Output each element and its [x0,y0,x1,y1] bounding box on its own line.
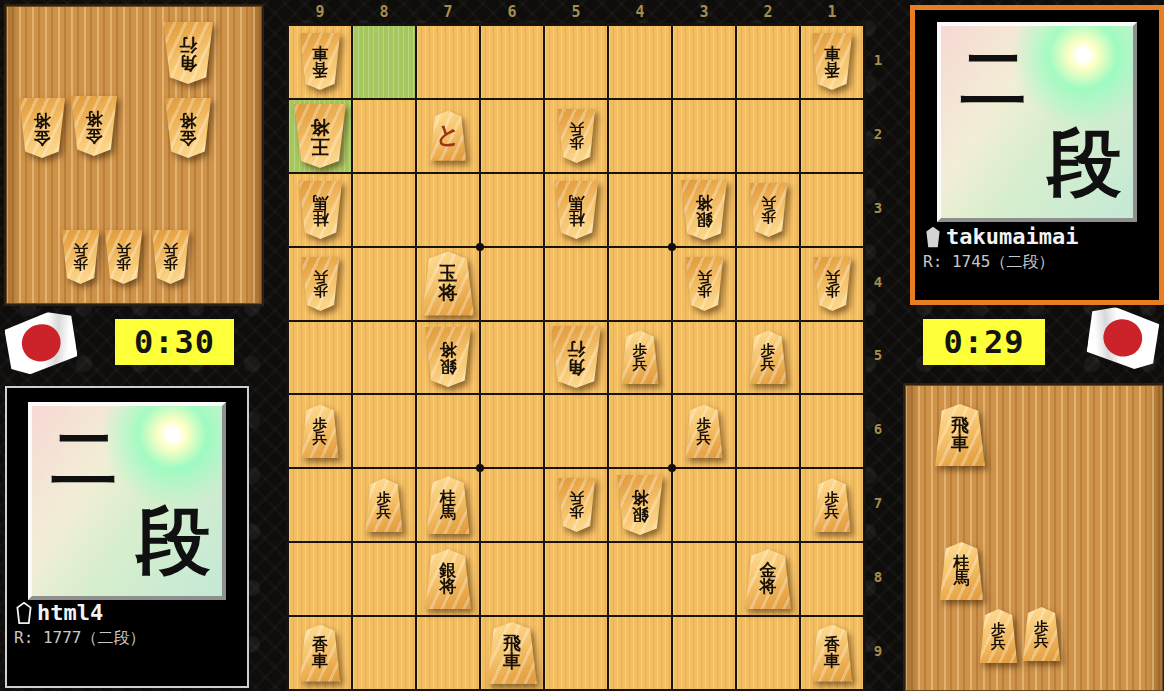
piece-kanji: 将 [632,489,649,506]
piece-kanji: 歩 [569,505,584,519]
square-9h[interactable] [288,542,352,616]
piece-kanji: 歩 [825,491,840,505]
file-label-1: 1 [800,0,864,23]
square-7b[interactable]: と [416,99,480,173]
piece-kanji: 香 [824,637,840,653]
piece-kanji: 将 [439,284,458,303]
piece-kanji: 金 [180,128,197,145]
square-2g[interactable] [736,468,800,542]
avatar-char-2: 段 [1047,114,1121,214]
piece-kanji: 金 [34,128,51,145]
piece-kanji: 行 [179,35,197,53]
piece-sente-lance[interactable]: 香車 [299,625,341,682]
file-coordinates: 987654321 [288,0,864,23]
piece-kanji: 馬 [954,571,970,587]
square-4e[interactable]: 歩兵 [608,321,672,395]
flag-cloth [3,310,79,377]
piece-kanji: 将 [34,111,51,128]
square-5c[interactable]: 桂馬 [544,173,608,247]
square-8b[interactable] [352,99,416,173]
square-3d[interactable]: 歩兵 [672,247,736,321]
piece-kanji: 歩 [1034,620,1049,634]
piece-kanji: 歩 [377,491,392,505]
rank-label-4: 4 [866,245,890,319]
square-6f[interactable] [480,394,544,468]
piece-kanji: 兵 [761,357,776,371]
piece-sente-pawn[interactable]: 歩兵 [979,609,1018,663]
square-3f[interactable]: 歩兵 [672,394,736,468]
piece-kanji: 車 [503,653,521,671]
square-4b[interactable] [608,99,672,173]
square-5e[interactable]: 角行 [544,321,608,395]
piece-kanji: 将 [696,193,713,210]
square-3h[interactable] [672,542,736,616]
gote-name-line: takumaimai [923,224,1078,249]
piece-gote-lance[interactable]: 香車 [299,33,341,90]
piece-sente-pawn[interactable]: 歩兵 [813,478,852,532]
square-2b[interactable] [736,99,800,173]
square-1e[interactable] [800,321,864,395]
piece-sente-pawn[interactable]: 歩兵 [365,478,404,532]
piece-kanji: 車 [951,435,969,453]
sente-name-line: html4 [14,600,103,625]
file-label-7: 7 [416,0,480,23]
piece-kanji: 将 [440,579,457,596]
piece-kanji: と [436,124,461,148]
square-3g[interactable] [672,468,736,542]
flag-cloth [1086,305,1161,371]
square-9d[interactable]: 歩兵 [288,247,352,321]
square-2e[interactable]: 歩兵 [736,321,800,395]
piece-kanji: 行 [567,340,585,358]
square-8d[interactable] [352,247,416,321]
piece-kanji: 馬 [312,194,328,210]
piece-kanji: 車 [824,653,840,669]
piece-kanji: 歩 [761,210,776,224]
piece-gote-silver[interactable]: 銀将 [680,180,728,240]
piece-kanji: 桂 [312,210,328,226]
piece-sente-tokin[interactable]: と [429,111,467,161]
square-1f[interactable] [800,394,864,468]
square-9c[interactable]: 桂馬 [288,173,352,247]
piece-kanji: 車 [824,46,840,62]
piece-kanji: 歩 [313,417,328,431]
square-6b[interactable] [480,99,544,173]
square-4a[interactable] [608,25,672,99]
piece-kanji: 歩 [825,284,840,298]
piece-sente-gold[interactable]: 金将 [744,549,792,609]
piece-kanji: 歩 [761,343,776,357]
square-8c[interactable] [352,173,416,247]
gote-player-panel[interactable]: 二 段 takumaimai R: 1745（二段） [910,5,1164,305]
piece-sente-pawn[interactable]: 歩兵 [685,404,724,458]
rank-label-9: 9 [866,614,890,688]
gote-name: takumaimai [946,224,1078,249]
piece-kanji: 歩 [991,622,1006,636]
square-8f[interactable] [352,394,416,468]
square-6e[interactable] [480,321,544,395]
gote-avatar: 二 段 [937,22,1137,222]
piece-sente-king[interactable]: 玉将 [421,252,475,316]
square-6g[interactable] [480,468,544,542]
piece-kanji: 将 [180,111,197,128]
square-7d[interactable]: 玉将 [416,247,480,321]
square-7a[interactable] [416,25,480,99]
square-9f[interactable]: 歩兵 [288,394,352,468]
square-6d[interactable] [480,247,544,321]
piece-kanji: 歩 [633,343,648,357]
piece-sente-knight[interactable]: 桂馬 [939,542,984,600]
piece-kanji: 兵 [633,357,648,371]
piece-sente-lance[interactable]: 香車 [811,625,853,682]
square-9e[interactable] [288,321,352,395]
piece-sente-silver[interactable]: 銀将 [424,549,472,609]
rank-label-8: 8 [866,540,890,614]
hoshi-dot [668,464,676,472]
square-5g[interactable]: 歩兵 [544,468,608,542]
square-5h[interactable] [544,542,608,616]
square-6c[interactable] [480,173,544,247]
square-4i[interactable] [608,616,672,690]
piece-gote-pawn[interactable]: 歩兵 [749,183,788,237]
flag-red-disc [1099,315,1147,362]
piece-gote-king[interactable]: 王将 [293,104,347,168]
square-9g[interactable] [288,468,352,542]
piece-kanji: 車 [312,46,328,62]
piece-kanji: 歩 [73,257,88,271]
avatar-char-2: 段 [137,492,211,592]
piece-kanji: 将 [440,341,457,358]
file-label-4: 4 [608,0,672,23]
piece-sente-pawn[interactable]: 歩兵 [621,330,660,384]
square-3a[interactable] [672,25,736,99]
piece-kanji: 金 [86,126,103,143]
gote-rating: R: 1745（二段） [923,252,1054,273]
sente-piece-icon [14,602,34,624]
piece-gote-pawn[interactable]: 歩兵 [557,109,596,163]
square-1c[interactable] [800,173,864,247]
piece-kanji: 銀 [440,357,457,374]
piece-kanji: 歩 [697,417,712,431]
square-2c[interactable]: 歩兵 [736,173,800,247]
piece-kanji: 兵 [377,505,392,519]
square-3c[interactable]: 銀将 [672,173,736,247]
square-3b[interactable] [672,99,736,173]
piece-kanji: 桂 [954,555,970,571]
square-1h[interactable] [800,542,864,616]
sente-clock: 0:30 [115,319,234,365]
rank-label-2: 2 [866,97,890,171]
gote-clock: 0:29 [923,319,1045,365]
square-1d[interactable]: 歩兵 [800,247,864,321]
piece-kanji: 香 [312,62,328,78]
gote-piece-icon [923,226,943,248]
square-3i[interactable] [672,616,736,690]
piece-kanji: 歩 [116,257,131,271]
square-6a[interactable] [480,25,544,99]
piece-sente-rook[interactable]: 飛車 [934,404,986,466]
piece-gote-bishop[interactable]: 角行 [162,22,214,84]
piece-kanji: 桂 [568,210,584,226]
square-9a[interactable]: 香車 [288,25,352,99]
piece-gote-pawn[interactable]: 歩兵 [151,230,190,284]
piece-kanji: 歩 [569,136,584,150]
gote-hand-tray[interactable]: 角行金将金将金将歩兵歩兵歩兵 [4,4,264,306]
piece-kanji: 角 [179,53,197,71]
file-label-8: 8 [352,0,416,23]
rank-label-7: 7 [866,466,890,540]
square-8h[interactable] [352,542,416,616]
square-8e[interactable] [352,321,416,395]
piece-gote-gold[interactable]: 金将 [70,96,118,156]
square-9i[interactable]: 香車 [288,616,352,690]
square-5d[interactable] [544,247,608,321]
piece-kanji: 歩 [313,284,328,298]
piece-gote-lance[interactable]: 香車 [811,33,853,90]
square-4c[interactable] [608,173,672,247]
piece-kanji: 将 [311,117,330,136]
piece-kanji: 桂 [440,490,456,506]
hoshi-dot [668,243,676,251]
flag-red-disc [17,319,65,366]
sente-hand-tray[interactable]: 飛車桂馬歩兵歩兵 [903,383,1164,691]
piece-sente-pawn[interactable]: 歩兵 [749,330,788,384]
piece-kanji: 歩 [697,284,712,298]
square-5i[interactable] [544,616,608,690]
square-1b[interactable] [800,99,864,173]
shogi-board-area: 987654321 123456789 香車香車王将と歩兵桂馬桂馬銀将歩兵歩兵玉… [286,0,890,691]
square-7i[interactable] [416,616,480,690]
piece-gote-bishop[interactable]: 角行 [550,326,602,388]
piece-sente-rook[interactable]: 飛車 [486,622,538,684]
square-1g[interactable]: 歩兵 [800,468,864,542]
piece-gote-pawn[interactable]: 歩兵 [104,230,143,284]
square-8a[interactable] [352,25,416,99]
sente-avatar: 二 段 [28,402,226,600]
hoshi-dot [476,464,484,472]
square-4d[interactable] [608,247,672,321]
piece-gote-pawn[interactable]: 歩兵 [813,257,852,311]
piece-kanji: 兵 [1034,634,1049,648]
piece-kanji: 将 [760,579,777,596]
piece-kanji: 兵 [825,269,840,283]
japan-flag-sente [3,310,79,377]
file-label-3: 3 [672,0,736,23]
shogi-board[interactable]: 香車香車王将と歩兵桂馬桂馬銀将歩兵歩兵玉将歩兵歩兵銀将角行歩兵歩兵歩兵歩兵歩兵桂… [286,23,866,691]
piece-gote-pawn[interactable]: 歩兵 [301,257,340,311]
square-7f[interactable] [416,394,480,468]
piece-kanji: 香 [312,637,328,653]
piece-kanji: 馬 [568,194,584,210]
square-8g[interactable]: 歩兵 [352,468,416,542]
sente-name: html4 [37,600,103,625]
piece-kanji: 兵 [697,269,712,283]
piece-kanji: 銀 [696,210,713,227]
square-4g[interactable]: 銀将 [608,468,672,542]
avatar-char-1: 二 [960,34,1026,124]
hoshi-dot [476,243,484,251]
piece-kanji: 香 [824,62,840,78]
piece-gote-pawn[interactable]: 歩兵 [557,478,596,532]
piece-gote-pawn[interactable]: 歩兵 [61,230,100,284]
square-5a[interactable] [544,25,608,99]
square-4h[interactable] [608,542,672,616]
square-2f[interactable] [736,394,800,468]
piece-kanji: 歩 [163,257,178,271]
piece-kanji: 兵 [991,636,1006,650]
file-label-9: 9 [288,0,352,23]
square-7c[interactable] [416,173,480,247]
square-5f[interactable] [544,394,608,468]
square-2d[interactable] [736,247,800,321]
piece-kanji: 兵 [163,243,178,257]
piece-kanji: 兵 [313,431,328,445]
piece-kanji: 銀 [632,505,649,522]
square-1a[interactable]: 香車 [800,25,864,99]
piece-sente-pawn[interactable]: 歩兵 [301,404,340,458]
rank-label-6: 6 [866,392,890,466]
file-label-2: 2 [736,0,800,23]
square-7e[interactable]: 銀将 [416,321,480,395]
piece-kanji: 王 [311,136,330,155]
piece-gote-knight[interactable]: 桂馬 [298,181,343,239]
piece-gote-silver[interactable]: 銀将 [424,327,472,387]
piece-kanji: 将 [86,109,103,126]
piece-kanji: 兵 [761,196,776,210]
square-7g[interactable]: 桂馬 [416,468,480,542]
square-3e[interactable] [672,321,736,395]
rank-coordinates: 123456789 [866,23,890,688]
sente-player-panel[interactable]: 二 段 html4 R: 1777（二段） [5,386,249,688]
piece-kanji: 兵 [313,269,328,283]
piece-kanji: 兵 [697,431,712,445]
piece-sente-pawn[interactable]: 歩兵 [1022,607,1061,661]
piece-gote-knight[interactable]: 桂馬 [554,181,599,239]
piece-gote-silver[interactable]: 銀将 [616,475,664,535]
piece-gote-pawn[interactable]: 歩兵 [685,257,724,311]
square-2a[interactable] [736,25,800,99]
avatar-char-1: 二 [51,414,117,504]
piece-sente-knight[interactable]: 桂馬 [426,476,471,534]
square-6h[interactable] [480,542,544,616]
piece-kanji: 兵 [825,505,840,519]
piece-kanji: 兵 [73,243,88,257]
file-label-6: 6 [480,0,544,23]
japan-flag-gote [1086,305,1161,371]
piece-gote-gold[interactable]: 金将 [18,98,66,158]
piece-gote-gold[interactable]: 金将 [164,98,212,158]
rank-label-1: 1 [866,23,890,97]
piece-kanji: 玉 [439,265,458,284]
square-1i[interactable]: 香車 [800,616,864,690]
square-2h[interactable]: 金将 [736,542,800,616]
piece-kanji: 兵 [116,243,131,257]
square-4f[interactable] [608,394,672,468]
rank-label-5: 5 [866,319,890,393]
piece-kanji: 兵 [569,122,584,136]
square-9b[interactable]: 王将 [288,99,352,173]
rank-label-3: 3 [866,171,890,245]
square-2i[interactable] [736,616,800,690]
piece-kanji: 馬 [440,505,456,521]
file-label-5: 5 [544,0,608,23]
sente-rating: R: 1777（二段） [14,628,145,649]
square-6i[interactable]: 飛車 [480,616,544,690]
square-7h[interactable]: 銀将 [416,542,480,616]
piece-kanji: 角 [567,357,585,375]
square-8i[interactable] [352,616,416,690]
piece-kanji: 兵 [569,491,584,505]
square-5b[interactable]: 歩兵 [544,99,608,173]
piece-kanji: 車 [312,653,328,669]
